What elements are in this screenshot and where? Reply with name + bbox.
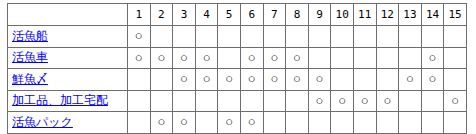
circle-mark: ○	[316, 94, 324, 107]
column-header-15: 15	[444, 4, 467, 26]
grid-cell-r2-c6: ○	[241, 48, 264, 70]
grid-cell-r4-c9: ○	[309, 91, 332, 113]
circle-mark: ○	[248, 115, 256, 128]
circle-mark: ○	[180, 51, 188, 64]
grid-cell-r4-c6	[241, 91, 264, 113]
column-header-14: 14	[422, 4, 445, 26]
circle-mark: ○	[361, 94, 369, 107]
grid-cell-r5-c8	[286, 112, 309, 134]
circle-mark: ○	[180, 115, 188, 128]
grid-cell-r1-c10	[331, 26, 354, 48]
grid-cell-r2-c11	[354, 48, 377, 70]
grid-cell-r2-c8: ○	[286, 48, 309, 70]
circle-mark: ○	[157, 51, 165, 64]
circle-mark: ○	[270, 72, 278, 85]
row-label-cell: 鮮魚〆	[8, 69, 128, 91]
circle-mark: ○	[293, 51, 301, 64]
circle-mark: ○	[270, 51, 278, 64]
grid-cell-r2-c4: ○	[196, 48, 219, 70]
grid-cell-r5-c3: ○	[173, 112, 196, 134]
grid-cell-r5-c9	[309, 112, 332, 134]
grid-cell-r2-c10	[331, 48, 354, 70]
grid-cell-r1-c12	[377, 26, 400, 48]
grid-cell-r4-c4	[196, 91, 219, 113]
grid-cell-r1-c14	[422, 26, 445, 48]
grid-cell-r3-c8: ○	[286, 69, 309, 91]
grid-cell-r3-c6: ○	[241, 69, 264, 91]
circle-mark: ○	[203, 51, 211, 64]
grid-cell-r2-c3: ○	[173, 48, 196, 70]
column-header-10: 10	[331, 4, 354, 26]
circle-mark: ○	[157, 115, 165, 128]
grid-cell-r4-c12: ○	[377, 91, 400, 113]
grid-cell-r3-c14: ○	[422, 69, 445, 91]
column-header-6: 6	[241, 4, 264, 26]
grid-cell-r3-c9: ○	[309, 69, 332, 91]
grid-cell-r4-c1	[128, 91, 151, 113]
grid-cell-r1-c1: ○	[128, 26, 151, 48]
grid-cell-r5-c4	[196, 112, 219, 134]
grid-cell-r4-c3	[173, 91, 196, 113]
grid-cell-r4-c14	[422, 91, 445, 113]
row-label-cell: 活魚船	[8, 26, 128, 48]
grid-cell-r1-c2	[151, 26, 174, 48]
column-header-11: 11	[354, 4, 377, 26]
grid-cell-r3-c15	[444, 69, 467, 91]
grid-cell-r2-c9	[309, 48, 332, 70]
circle-mark: ○	[316, 72, 324, 85]
column-header-9: 9	[309, 4, 332, 26]
grid-cell-r5-c12	[377, 112, 400, 134]
grid-cell-r3-c13: ○	[399, 69, 422, 91]
grid-cell-r5-c6: ○	[241, 112, 264, 134]
column-header-13: 13	[399, 4, 422, 26]
grid-cell-r4-c2	[151, 91, 174, 113]
grid-cell-r3-c4: ○	[196, 69, 219, 91]
grid-cell-r1-c3	[173, 26, 196, 48]
row-label-link[interactable]: 活魚パック	[12, 114, 73, 131]
circle-mark: ○	[383, 94, 391, 107]
column-header-7: 7	[264, 4, 287, 26]
circle-mark: ○	[338, 94, 346, 107]
grid-cell-r4-c13	[399, 91, 422, 113]
circle-mark: ○	[225, 72, 233, 85]
grid-cell-r5-c13	[399, 112, 422, 134]
circle-mark: ○	[248, 72, 256, 85]
grid-cell-r2-c1: ○	[128, 48, 151, 70]
row-label-cell: 活魚車	[8, 48, 128, 70]
corner-cell	[8, 4, 128, 26]
grid-cell-r4-c10: ○	[331, 91, 354, 113]
column-header-12: 12	[377, 4, 400, 26]
grid-cell-r3-c10	[331, 69, 354, 91]
grid-cell-r1-c7	[264, 26, 287, 48]
grid-cell-r1-c15	[444, 26, 467, 48]
marked-grid: 123456789101112131415活魚船○活魚車○○○○○○○○鮮魚〆○…	[7, 3, 467, 134]
circle-mark: ○	[429, 72, 437, 85]
grid-cell-r5-c2: ○	[151, 112, 174, 134]
grid-cell-r2-c2: ○	[151, 48, 174, 70]
grid-cell-r5-c5: ○	[218, 112, 241, 134]
grid-cell-r5-c7	[264, 112, 287, 134]
grid-cell-r5-c14	[422, 112, 445, 134]
grid-cell-r2-c13	[399, 48, 422, 70]
row-label-cell: 加工品、加工宅配	[8, 91, 128, 113]
circle-mark: ○	[248, 51, 256, 64]
circle-mark: ○	[293, 72, 301, 85]
grid-cell-r4-c11: ○	[354, 91, 377, 113]
grid-cell-r5-c10	[331, 112, 354, 134]
grid-cell-r3-c7: ○	[264, 69, 287, 91]
row-label-cell: 活魚パック	[8, 112, 128, 134]
column-header-1: 1	[128, 4, 151, 26]
grid-cell-r1-c13	[399, 26, 422, 48]
grid-cell-r2-c15	[444, 48, 467, 70]
grid-cell-r3-c2	[151, 69, 174, 91]
column-header-4: 4	[196, 4, 219, 26]
circle-mark: ○	[135, 51, 143, 64]
row-label-link[interactable]: 加工品、加工宅配	[12, 92, 108, 109]
circle-mark: ○	[429, 51, 437, 64]
grid-cell-r1-c6	[241, 26, 264, 48]
circle-mark: ○	[203, 72, 211, 85]
grid-cell-r5-c1	[128, 112, 151, 134]
grid-cell-r4-c5	[218, 91, 241, 113]
circle-mark: ○	[135, 29, 143, 42]
circle-mark: ○	[180, 72, 188, 85]
grid-cell-r4-c7	[264, 91, 287, 113]
circle-mark: ○	[225, 115, 233, 128]
row-label-link[interactable]: 活魚船	[12, 28, 48, 45]
grid-cell-r1-c8	[286, 26, 309, 48]
grid-cell-r1-c9	[309, 26, 332, 48]
grid-cell-r2-c5	[218, 48, 241, 70]
grid-cell-r5-c15	[444, 112, 467, 134]
grid-cell-r3-c5: ○	[218, 69, 241, 91]
grid-cell-r2-c12	[377, 48, 400, 70]
grid-cell-r1-c4	[196, 26, 219, 48]
grid-cell-r4-c15: ○	[444, 91, 467, 113]
column-header-3: 3	[173, 4, 196, 26]
row-label-link[interactable]: 鮮魚〆	[12, 71, 48, 88]
grid-cell-r3-c12	[377, 69, 400, 91]
grid-cell-r5-c11	[354, 112, 377, 134]
grid-cell-r3-c1	[128, 69, 151, 91]
circle-mark: ○	[406, 72, 414, 85]
column-header-8: 8	[286, 4, 309, 26]
grid-cell-r2-c14: ○	[422, 48, 445, 70]
column-header-2: 2	[151, 4, 174, 26]
row-label-link[interactable]: 活魚車	[12, 49, 48, 66]
grid-cell-r3-c3: ○	[173, 69, 196, 91]
grid-cell-r1-c5	[218, 26, 241, 48]
grid-cell-r3-c11	[354, 69, 377, 91]
grid-cell-r2-c7: ○	[264, 48, 287, 70]
availability-table: 123456789101112131415活魚船○活魚車○○○○○○○○鮮魚〆○…	[7, 3, 467, 134]
column-header-5: 5	[218, 4, 241, 26]
grid-cell-r1-c11	[354, 26, 377, 48]
grid-cell-r4-c8	[286, 91, 309, 113]
circle-mark: ○	[451, 94, 459, 107]
